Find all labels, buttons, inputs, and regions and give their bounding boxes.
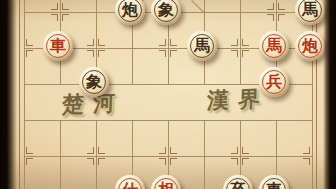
piece-red-soldier[interactable]: 兵	[259, 67, 289, 97]
piece-black-chariot[interactable]: 車	[259, 175, 289, 189]
piece-black-elephant[interactable]: 象	[79, 67, 109, 97]
letterbox-left-bar	[0, 0, 17, 189]
xiangqi-board-pieces: 炮象馬車馬馬炮象兵仕相卒車	[0, 0, 336, 189]
piece-glyph: 馬	[187, 31, 217, 61]
piece-glyph: 相	[151, 175, 181, 189]
piece-glyph: 象	[79, 67, 109, 97]
piece-red-advisor[interactable]: 仕	[115, 175, 145, 189]
letterbox-right-bar	[323, 0, 336, 189]
piece-glyph: 馬	[259, 31, 289, 61]
xiangqi-game-screen: 楚河 漢界 炮象馬車馬馬炮象兵仕相卒車	[0, 0, 336, 189]
piece-glyph: 兵	[259, 67, 289, 97]
piece-black-cannon[interactable]: 炮	[115, 0, 145, 25]
piece-red-horse[interactable]: 馬	[259, 31, 289, 61]
piece-red-cannon[interactable]: 炮	[295, 31, 325, 61]
piece-glyph: 馬	[295, 0, 325, 25]
piece-glyph: 車	[43, 31, 73, 61]
piece-glyph: 象	[151, 0, 181, 25]
piece-black-soldier[interactable]: 卒	[223, 175, 253, 189]
piece-black-horse[interactable]: 馬	[295, 0, 325, 25]
piece-black-elephant[interactable]: 象	[151, 0, 181, 25]
piece-red-chariot[interactable]: 車	[43, 31, 73, 61]
piece-glyph: 炮	[295, 31, 325, 61]
piece-glyph: 炮	[115, 0, 145, 25]
piece-red-elephant[interactable]: 相	[151, 175, 181, 189]
piece-glyph: 車	[259, 175, 289, 189]
piece-glyph: 仕	[115, 175, 145, 189]
piece-black-horse[interactable]: 馬	[187, 31, 217, 61]
piece-glyph: 卒	[223, 175, 253, 189]
